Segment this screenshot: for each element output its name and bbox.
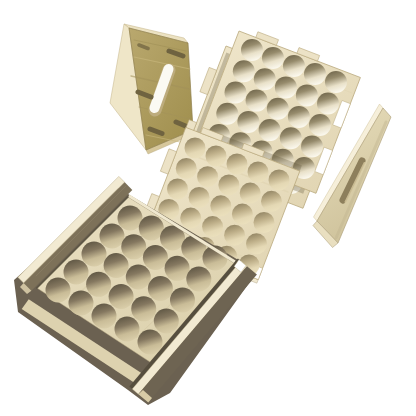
- side-panel-left: [110, 24, 194, 154]
- hole-grid: [118, 206, 143, 231]
- hole-grid: [317, 93, 339, 115]
- hole-grid: [309, 114, 331, 136]
- hole-grid: [288, 106, 310, 128]
- hole-grid: [237, 111, 259, 133]
- recess-grid: [218, 174, 239, 195]
- recess-grid: [180, 208, 201, 229]
- recess-grid: [206, 146, 227, 167]
- hole-grid: [154, 309, 179, 334]
- hole-grid: [46, 278, 71, 303]
- hole-grid: [216, 103, 238, 125]
- recess-grid: [224, 225, 245, 246]
- hole-grid: [283, 55, 305, 77]
- hole-grid: [165, 256, 190, 281]
- hole-grid: [100, 224, 125, 249]
- hole-grid: [304, 63, 326, 85]
- hole-grid: [143, 245, 168, 270]
- recess-grid: [210, 195, 231, 216]
- product-photo-canvas: [0, 0, 416, 416]
- recess-grid: [189, 187, 210, 208]
- recess-grid: [167, 179, 188, 200]
- hole-grid: [69, 291, 94, 316]
- hole-grid: [259, 119, 281, 141]
- hole-grid: [186, 267, 211, 292]
- hole-grid: [225, 82, 247, 104]
- hole-grid: [82, 242, 107, 267]
- hole-grid: [138, 330, 163, 355]
- recess-grid: [248, 162, 269, 183]
- hole-grid: [121, 234, 146, 259]
- product-photo: [0, 0, 416, 416]
- recess-grid: [202, 216, 223, 237]
- recess-grid: [232, 204, 253, 225]
- recess-grid: [197, 166, 218, 187]
- hole-grid: [246, 90, 268, 112]
- hole-grid: [325, 71, 347, 93]
- hole-grid: [148, 276, 173, 301]
- hole-grid: [86, 272, 111, 297]
- recess-grid: [246, 233, 267, 254]
- hole-grid: [115, 317, 140, 342]
- hole-grid: [301, 136, 323, 158]
- hole-grid: [109, 284, 134, 309]
- hole-grid: [275, 76, 297, 98]
- hole-grid: [181, 236, 206, 261]
- recess-grid: [269, 170, 290, 191]
- recess-grid: [185, 138, 206, 159]
- hole-grid: [233, 60, 255, 82]
- recess-grid: [254, 212, 275, 233]
- hole-grid: [241, 39, 263, 61]
- hole-grid: [126, 265, 151, 290]
- hole-grid: [104, 253, 129, 278]
- hole-grid: [262, 47, 284, 69]
- hole-grid: [170, 288, 195, 313]
- recess-grid: [176, 158, 197, 179]
- hole-grid: [131, 296, 156, 321]
- hole-grid: [280, 127, 302, 149]
- hole-grid: [64, 260, 89, 285]
- hole-grid: [267, 98, 289, 120]
- recess-grid: [261, 191, 282, 212]
- hole-grid: [92, 304, 117, 329]
- hole-grid: [139, 216, 164, 241]
- hole-grid: [254, 68, 276, 90]
- hole-grid: [296, 84, 318, 106]
- recess-grid: [240, 183, 261, 204]
- recess-grid: [227, 154, 248, 175]
